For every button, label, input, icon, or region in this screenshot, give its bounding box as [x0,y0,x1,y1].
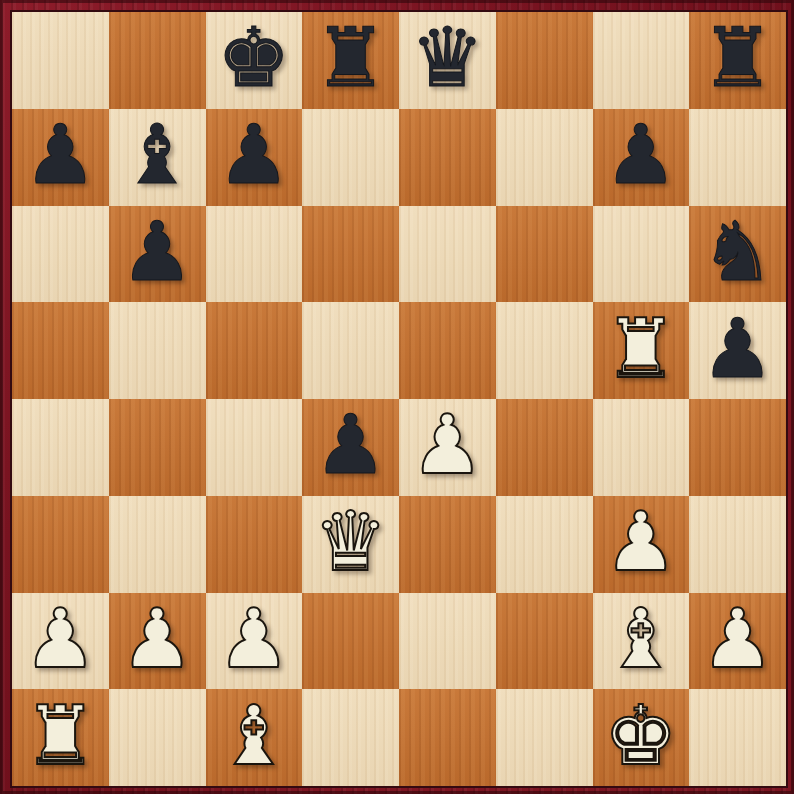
square-h3[interactable] [689,496,786,593]
square-c6[interactable] [206,206,303,303]
square-c8[interactable]: ♚ [206,12,303,109]
square-f3[interactable] [496,496,593,593]
square-h1[interactable] [689,689,786,786]
square-b2[interactable]: ♟ [109,593,206,690]
square-g8[interactable] [593,12,690,109]
square-d7[interactable] [302,109,399,206]
piece-black-pawn[interactable]: ♟ [604,114,678,196]
square-d6[interactable] [302,206,399,303]
square-d5[interactable] [302,302,399,399]
square-a1[interactable]: ♜ [12,689,109,786]
square-f5[interactable] [496,302,593,399]
square-c7[interactable]: ♟ [206,109,303,206]
piece-white-queen[interactable]: ♛ [314,501,388,583]
square-f2[interactable] [496,593,593,690]
piece-black-rook[interactable]: ♜ [314,17,388,99]
square-f4[interactable] [496,399,593,496]
square-g3[interactable]: ♟ [593,496,690,593]
piece-white-pawn[interactable]: ♟ [701,598,775,680]
square-f6[interactable] [496,206,593,303]
square-e8[interactable]: ♛ [399,12,496,109]
square-b6[interactable]: ♟ [109,206,206,303]
square-a3[interactable] [12,496,109,593]
piece-black-bishop[interactable]: ♝ [120,114,194,196]
piece-black-pawn[interactable]: ♟ [701,308,775,390]
piece-white-pawn[interactable]: ♟ [120,598,194,680]
square-a5[interactable] [12,302,109,399]
piece-white-pawn[interactable]: ♟ [217,598,291,680]
square-b1[interactable] [109,689,206,786]
square-h2[interactable]: ♟ [689,593,786,690]
square-g6[interactable] [593,206,690,303]
square-d1[interactable] [302,689,399,786]
square-h4[interactable] [689,399,786,496]
piece-black-knight[interactable]: ♞ [701,211,775,293]
square-a8[interactable] [12,12,109,109]
piece-black-queen[interactable]: ♛ [411,17,485,99]
piece-black-king[interactable]: ♚ [217,17,291,99]
piece-black-pawn[interactable]: ♟ [24,114,98,196]
square-e7[interactable] [399,109,496,206]
square-e2[interactable] [399,593,496,690]
piece-black-pawn[interactable]: ♟ [217,114,291,196]
square-h7[interactable] [689,109,786,206]
square-b5[interactable] [109,302,206,399]
square-h8[interactable]: ♜ [689,12,786,109]
square-a4[interactable] [12,399,109,496]
chess-board: ♚♜♛♜♟♝♟♟♟♞♜♟♟♟♛♟♟♟♟♝♟♜♝♚ [12,12,786,786]
square-e3[interactable] [399,496,496,593]
square-c5[interactable] [206,302,303,399]
square-h5[interactable]: ♟ [689,302,786,399]
square-e4[interactable]: ♟ [399,399,496,496]
square-d4[interactable]: ♟ [302,399,399,496]
square-g4[interactable] [593,399,690,496]
square-c3[interactable] [206,496,303,593]
square-c1[interactable]: ♝ [206,689,303,786]
square-h6[interactable]: ♞ [689,206,786,303]
square-a7[interactable]: ♟ [12,109,109,206]
piece-white-pawn[interactable]: ♟ [411,404,485,486]
chess-board-frame: ♚♜♛♜♟♝♟♟♟♞♜♟♟♟♛♟♟♟♟♝♟♜♝♚ [0,0,794,794]
square-e5[interactable] [399,302,496,399]
piece-white-bishop[interactable]: ♝ [604,598,678,680]
piece-white-rook[interactable]: ♜ [604,308,678,390]
piece-white-bishop[interactable]: ♝ [217,695,291,777]
piece-black-pawn[interactable]: ♟ [314,404,388,486]
square-e1[interactable] [399,689,496,786]
piece-black-pawn[interactable]: ♟ [120,211,194,293]
square-g5[interactable]: ♜ [593,302,690,399]
square-e6[interactable] [399,206,496,303]
square-f1[interactable] [496,689,593,786]
square-a2[interactable]: ♟ [12,593,109,690]
square-c2[interactable]: ♟ [206,593,303,690]
piece-white-pawn[interactable]: ♟ [24,598,98,680]
square-f8[interactable] [496,12,593,109]
piece-white-king[interactable]: ♚ [604,695,678,777]
square-d8[interactable]: ♜ [302,12,399,109]
square-f7[interactable] [496,109,593,206]
square-d2[interactable] [302,593,399,690]
square-a6[interactable] [12,206,109,303]
square-b3[interactable] [109,496,206,593]
square-g2[interactable]: ♝ [593,593,690,690]
piece-black-rook[interactable]: ♜ [701,17,775,99]
square-g7[interactable]: ♟ [593,109,690,206]
square-b4[interactable] [109,399,206,496]
square-g1[interactable]: ♚ [593,689,690,786]
square-d3[interactable]: ♛ [302,496,399,593]
square-c4[interactable] [206,399,303,496]
square-b8[interactable] [109,12,206,109]
piece-white-pawn[interactable]: ♟ [604,501,678,583]
square-b7[interactable]: ♝ [109,109,206,206]
piece-white-rook[interactable]: ♜ [24,695,98,777]
